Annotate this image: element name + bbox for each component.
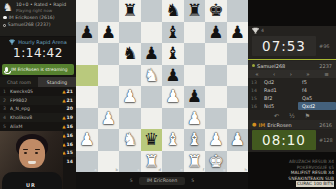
- square-e8[interactable]: ♞: [162, 0, 184, 22]
- black-pawn[interactable]: ♟: [101, 22, 116, 43]
- square-c7[interactable]: [119, 22, 141, 44]
- ticker-line: SNEAKINTEAKIN SUB: [288, 176, 334, 181]
- move-panel-box: 4 07:53 #96 Samuel268 2237 «‹›»≡ 13Qd2f5…: [248, 26, 336, 152]
- square-g8[interactable]: ♚: [205, 0, 227, 22]
- square-a4[interactable]: [76, 86, 98, 108]
- streak-flame-icon: ▲: [62, 115, 65, 120]
- square-d6[interactable]: ♟: [141, 43, 163, 65]
- score-value: 21: [67, 98, 73, 103]
- standing-score: ▲21: [62, 89, 73, 94]
- standing-player: FP9802: [10, 98, 62, 103]
- ticker-line: ABUZACH RESUB X4: [289, 159, 334, 164]
- standing-rank: 3: [3, 106, 10, 111]
- standing-rank: 1: [3, 89, 10, 94]
- white-move[interactable]: Nd5: [260, 102, 298, 110]
- white-pawn[interactable]: ♟: [165, 86, 180, 107]
- standing-player: A_N_epg: [10, 106, 67, 111]
- square-b3[interactable]: ♟: [98, 108, 120, 130]
- white-king[interactable]: ♚: [208, 151, 223, 172]
- stream-screen: ♞ 10+0 • Rated • Rapid Playing right now…: [0, 0, 336, 189]
- square-a6[interactable]: [76, 43, 98, 65]
- black-player-line[interactable]: Samuel268 (2237): [3, 22, 73, 28]
- square-c1[interactable]: c: [119, 151, 141, 173]
- score-value: 21: [67, 89, 73, 94]
- square-e7[interactable]: ♝: [162, 22, 184, 44]
- standing-row[interactable]: 1Kwecks05▲21: [0, 87, 76, 96]
- footer-left-number: 5: [130, 178, 133, 183]
- stream-event-ticker: ABUZACH RESUB X4POKERVOGUE $5MALIFIST RE…: [288, 159, 334, 187]
- streamer-brow: [23, 149, 28, 150]
- white-pawn[interactable]: ♟: [79, 129, 94, 150]
- white-pawn[interactable]: ♟: [230, 129, 245, 150]
- square-f3[interactable]: ♟: [184, 108, 206, 130]
- tournament-link[interactable]: Hourly Rapid Arena: [0, 39, 76, 45]
- square-f6[interactable]: [184, 43, 206, 65]
- standing-score: ▲16: [62, 133, 73, 138]
- white-player-rating: 2616: [319, 122, 332, 128]
- move-number: 16: [248, 102, 260, 110]
- square-g7[interactable]: ♟: [205, 22, 227, 44]
- black-move[interactable]: f5: [298, 78, 336, 86]
- square-c3[interactable]: [119, 108, 141, 130]
- black-move[interactable]: Qxd2: [298, 102, 336, 110]
- square-h2[interactable]: ♟: [227, 129, 249, 151]
- standing-score: 14: [67, 159, 73, 164]
- white-move[interactable]: Qd2: [260, 78, 298, 86]
- square-g5[interactable]: [205, 65, 227, 87]
- white-move[interactable]: Rad1: [260, 86, 298, 94]
- standing-rank: 2: [3, 98, 10, 103]
- move-nav-bar: «‹›»≡: [248, 70, 336, 78]
- square-e4[interactable]: ♟: [162, 86, 184, 108]
- trophy-icon: [9, 39, 15, 45]
- square-f1[interactable]: ♜f: [184, 151, 206, 173]
- microphone-icon: [5, 67, 8, 72]
- white-bishop[interactable]: ♝: [165, 129, 180, 150]
- tournament-clock: 1:14:42: [0, 46, 76, 60]
- square-b1[interactable]: b: [98, 151, 120, 173]
- footer-player-name: IM EricRosen: [139, 177, 186, 185]
- move-number: 14: [248, 86, 260, 94]
- spectator-trophy-row: 4: [252, 27, 264, 34]
- draw-offer-button[interactable]: ½: [289, 112, 295, 119]
- standing-row[interactable]: 4Kholikov8▲19: [0, 113, 76, 122]
- black-player-row[interactable]: Samuel268 2237: [248, 61, 336, 70]
- square-e6[interactable]: ♝: [162, 43, 184, 65]
- streamer-smile: [28, 161, 36, 164]
- square-h3[interactable]: [227, 108, 249, 130]
- white-player-label: IM EricRosen (2616): [9, 15, 55, 21]
- menu-button[interactable]: ≡: [324, 71, 329, 77]
- black-move[interactable]: Qa5: [298, 94, 336, 102]
- sidebar-tabs: Chat roomStanding: [0, 77, 76, 87]
- black-bishop[interactable]: ♝: [165, 43, 180, 64]
- streak-flame-icon: ▲: [62, 98, 65, 103]
- square-f8[interactable]: ♜: [184, 0, 206, 22]
- square-f4[interactable]: ♟: [184, 86, 206, 108]
- standing-score: ▲19: [62, 115, 73, 120]
- standing-rank: 4: [3, 115, 10, 120]
- black-color-icon: [3, 24, 6, 27]
- black-pawn[interactable]: ♟: [79, 22, 94, 43]
- square-d4[interactable]: [141, 86, 163, 108]
- square-c6[interactable]: ♞: [119, 43, 141, 65]
- black-pawn[interactable]: ♟: [165, 65, 180, 86]
- white-pawn[interactable]: ♟: [187, 108, 202, 129]
- square-a7[interactable]: ♟: [76, 22, 98, 44]
- square-a8[interactable]: [76, 0, 98, 22]
- white-rook[interactable]: ♜: [144, 151, 159, 172]
- square-e3[interactable]: [162, 108, 184, 130]
- square-h6[interactable]: [227, 43, 249, 65]
- standing-player: Kwecks05: [10, 89, 62, 94]
- streamer-brow: [35, 149, 40, 150]
- square-b4[interactable]: [98, 86, 120, 108]
- square-a1[interactable]: a: [76, 151, 98, 173]
- takeback-button[interactable]: ↶: [274, 112, 279, 119]
- prev-move-button[interactable]: ‹: [273, 71, 275, 77]
- square-g3[interactable]: [205, 108, 227, 130]
- white-pawn[interactable]: ♟: [101, 108, 116, 129]
- black-player-name: Samuel268: [257, 63, 285, 69]
- score-value: 15: [67, 150, 73, 155]
- white-clock-tag: #128: [319, 137, 333, 143]
- white-player-line[interactable]: IM EricRosen (2616): [3, 15, 73, 21]
- square-c5[interactable]: [119, 65, 141, 87]
- square-g1[interactable]: ♚g: [205, 151, 227, 173]
- resign-button[interactable]: ⚑: [305, 112, 310, 119]
- standing-player: Kholikov8: [10, 115, 62, 120]
- black-king[interactable]: ♚: [208, 0, 223, 21]
- black-knight[interactable]: ♞: [122, 43, 137, 64]
- black-clock-tag: #96: [319, 43, 330, 49]
- tournament-score-bar: [248, 59, 336, 61]
- move-number: 15: [248, 94, 260, 102]
- white-rook[interactable]: ♜: [187, 151, 202, 172]
- score-value: 19: [67, 115, 73, 120]
- tab-chat-room[interactable]: Chat room: [0, 77, 38, 87]
- move-number: 13: [248, 78, 260, 86]
- square-b8[interactable]: [98, 0, 120, 22]
- black-knight[interactable]: ♞: [165, 0, 180, 21]
- white-player-title: IM: [258, 122, 265, 128]
- ticker-line: MALIFIST RESUB X4: [291, 170, 334, 175]
- score-value: 20: [67, 106, 73, 111]
- square-d8[interactable]: [141, 0, 163, 22]
- game-status-label: Playing right now: [16, 8, 66, 13]
- square-e2[interactable]: ♝: [162, 129, 184, 151]
- standing-row[interactable]: 2FP9802▲21: [0, 96, 76, 105]
- trophy-icon: [252, 27, 259, 34]
- black-pawn[interactable]: ♟: [230, 22, 245, 43]
- white-pawn[interactable]: ♟: [122, 86, 137, 107]
- square-h5[interactable]: [227, 65, 249, 87]
- white-player-row[interactable]: ● IM EricRosen 2616: [248, 120, 336, 129]
- white-color-icon: [3, 16, 7, 20]
- game-knight-icon: ♞: [3, 2, 13, 13]
- square-e1[interactable]: e: [162, 151, 184, 173]
- game-info-card: ♞ 10+0 • Rated • Rapid Playing right now…: [0, 0, 76, 37]
- square-g6[interactable]: [205, 43, 227, 65]
- shirt-text: UR: [26, 182, 36, 188]
- ticker-line: CURAC 100 BITS: [296, 181, 334, 187]
- online-dot-icon: [252, 64, 255, 67]
- tab-standing[interactable]: Standing: [38, 77, 76, 87]
- square-b2[interactable]: [98, 129, 120, 151]
- white-knight[interactable]: ♞: [144, 65, 159, 86]
- streamer-eye: [24, 152, 27, 154]
- square-h8[interactable]: [227, 0, 249, 22]
- last-move-button[interactable]: »: [306, 71, 309, 77]
- square-f5[interactable]: [184, 65, 206, 87]
- score-value: 14: [67, 159, 73, 164]
- score-value: 16: [67, 142, 73, 147]
- square-f7[interactable]: [184, 22, 206, 44]
- tournament-name: Hourly Rapid Arena: [18, 39, 66, 45]
- square-e5[interactable]: ♟: [162, 65, 184, 87]
- first-move-button[interactable]: «: [255, 71, 258, 77]
- standing-score: 20: [67, 106, 73, 111]
- square-f2[interactable]: ♝: [184, 129, 206, 151]
- streak-flame-icon: ▲: [62, 89, 65, 94]
- footer-right-number: 5: [191, 178, 194, 183]
- white-knight[interactable]: ♞: [122, 129, 137, 150]
- square-d2[interactable]: ♛: [141, 129, 163, 151]
- streaming-banner[interactable]: IM EricRosen is streaming: [2, 64, 74, 75]
- square-h1[interactable]: h: [227, 151, 249, 173]
- standing-score: ▲15: [62, 150, 73, 155]
- score-value: 16: [67, 124, 73, 129]
- square-d3[interactable]: [141, 108, 163, 130]
- square-a3[interactable]: [76, 108, 98, 130]
- square-g4[interactable]: [205, 86, 227, 108]
- standing-score: ▲16: [62, 142, 73, 147]
- square-a2[interactable]: ♟: [76, 129, 98, 151]
- webcam-overlay: UR: [0, 131, 63, 189]
- square-b7[interactable]: ♟: [98, 22, 120, 44]
- black-queen[interactable]: ♛: [144, 129, 159, 150]
- square-h7[interactable]: ♟: [227, 22, 249, 44]
- black-rook[interactable]: ♜: [187, 0, 202, 21]
- square-d5[interactable]: ♞: [141, 65, 163, 87]
- square-a5[interactable]: [76, 65, 98, 87]
- streamer-eye: [35, 152, 38, 154]
- standing-rank: 5: [3, 124, 10, 129]
- next-move-button[interactable]: ›: [290, 71, 292, 77]
- chess-board[interactable]: ♜♞♜♚♟♟♝♟♟♞♟♝♞♟♟♟♟♟♟♟♞♛♝♝♟♟abc♜de♜f♚gh: [76, 0, 248, 172]
- square-h4[interactable]: [227, 86, 249, 108]
- black-clock: 07:53: [252, 36, 316, 56]
- standing-row[interactable]: 3A_N_epg20: [0, 105, 76, 114]
- square-c4[interactable]: ♟: [119, 86, 141, 108]
- black-rook[interactable]: ♜: [122, 0, 137, 21]
- white-clock-active: 08:10: [252, 130, 316, 150]
- standing-row[interactable]: 5AlixM▲16: [0, 122, 76, 131]
- time-control-label: 10+0 • Rated • Rapid: [16, 2, 66, 8]
- black-pawn[interactable]: ♟: [208, 22, 223, 43]
- trophy-count: 4: [261, 28, 264, 33]
- square-g2[interactable]: ♟: [205, 129, 227, 151]
- standing-player: AlixM: [10, 124, 62, 129]
- score-value: 16: [67, 133, 73, 138]
- standing-score: ▲21: [62, 98, 73, 103]
- white-move[interactable]: Bf2: [260, 94, 298, 102]
- move-list: 13Qd2f514Rad1f415Bf2Qa516Nd5Qxd2: [248, 78, 336, 110]
- square-c8[interactable]: ♜: [119, 0, 141, 22]
- game-action-bar: ↶½⚑: [248, 110, 336, 120]
- standing-score: ▲16: [62, 124, 73, 129]
- black-pawn[interactable]: ♟: [144, 43, 159, 64]
- black-player-rating: 2237: [319, 63, 332, 69]
- square-b6[interactable]: [98, 43, 120, 65]
- streamer-mic-icon: ●: [252, 122, 256, 127]
- black-bishop[interactable]: ♝: [165, 22, 180, 43]
- square-c2[interactable]: ♞: [119, 129, 141, 151]
- ticker-line: POKERVOGUE $5: [297, 165, 334, 170]
- square-d7[interactable]: [141, 22, 163, 44]
- game-side-panel: 4 07:53 #96 Samuel268 2237 «‹›»≡ 13Qd2f5…: [248, 0, 336, 189]
- black-move[interactable]: f4: [298, 86, 336, 94]
- square-d1[interactable]: ♜d: [141, 151, 163, 173]
- black-pawn[interactable]: ♟: [187, 86, 202, 107]
- streamer-face: [19, 139, 45, 168]
- white-player-name: EricRosen: [267, 122, 292, 128]
- streak-flame-icon: ▲: [62, 124, 65, 129]
- white-bishop[interactable]: ♝: [187, 129, 202, 150]
- white-pawn[interactable]: ♟: [208, 129, 223, 150]
- black-player-label: Samuel268 (2237): [8, 22, 51, 28]
- streaming-banner-label: IM EricRosen is streaming: [11, 67, 67, 72]
- square-b5[interactable]: [98, 65, 120, 87]
- board-footer-bar: 5 IM EricRosen 5: [76, 172, 248, 189]
